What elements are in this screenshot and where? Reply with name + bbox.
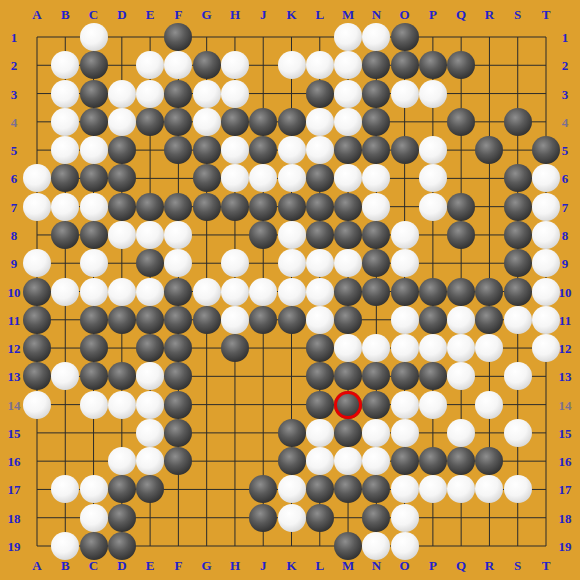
column-label-top: L — [315, 8, 324, 21]
column-label-bottom: O — [400, 559, 410, 572]
black-stone — [193, 51, 221, 79]
white-stone — [306, 136, 334, 164]
white-stone — [447, 306, 475, 334]
white-stone — [136, 221, 164, 249]
white-stone — [334, 23, 362, 51]
black-stone — [193, 193, 221, 221]
row-label-right: 7 — [562, 200, 569, 213]
row-label-left: 19 — [8, 540, 21, 553]
white-stone — [221, 80, 249, 108]
black-stone — [391, 278, 419, 306]
black-stone — [362, 108, 390, 136]
column-label-top: F — [174, 8, 182, 21]
row-label-left: 9 — [11, 257, 18, 270]
black-stone — [362, 80, 390, 108]
black-stone — [164, 391, 192, 419]
white-stone — [391, 334, 419, 362]
black-stone — [419, 306, 447, 334]
white-stone — [193, 108, 221, 136]
white-stone — [504, 475, 532, 503]
column-label-bottom: N — [372, 559, 381, 572]
white-stone — [475, 391, 503, 419]
white-stone — [221, 249, 249, 277]
column-label-bottom: L — [315, 559, 324, 572]
row-label-left: 16 — [8, 455, 21, 468]
black-stone — [249, 108, 277, 136]
row-label-right: 11 — [559, 313, 571, 326]
column-label-bottom: C — [89, 559, 98, 572]
black-stone — [334, 136, 362, 164]
column-label-top: H — [230, 8, 240, 21]
white-stone — [278, 51, 306, 79]
black-stone — [108, 532, 136, 560]
column-label-top: K — [286, 8, 296, 21]
white-stone — [391, 221, 419, 249]
white-stone — [391, 391, 419, 419]
black-stone — [504, 249, 532, 277]
black-stone — [193, 136, 221, 164]
white-stone — [532, 193, 560, 221]
column-label-bottom: Q — [456, 559, 466, 572]
row-label-left: 12 — [8, 342, 21, 355]
white-stone — [278, 504, 306, 532]
white-stone — [306, 419, 334, 447]
white-stone — [278, 249, 306, 277]
row-label-right: 15 — [559, 426, 572, 439]
black-stone — [447, 193, 475, 221]
white-stone — [108, 80, 136, 108]
black-stone — [108, 136, 136, 164]
black-stone — [80, 334, 108, 362]
white-stone — [193, 80, 221, 108]
white-stone — [447, 334, 475, 362]
white-stone — [80, 391, 108, 419]
black-stone — [306, 193, 334, 221]
row-label-right: 19 — [559, 540, 572, 553]
white-stone — [419, 80, 447, 108]
row-label-right: 6 — [562, 172, 569, 185]
white-stone — [391, 306, 419, 334]
white-stone — [278, 221, 306, 249]
row-label-left: 11 — [8, 313, 20, 326]
black-stone-last-move — [334, 391, 362, 419]
white-stone — [80, 23, 108, 51]
white-stone — [391, 475, 419, 503]
row-label-right: 2 — [562, 59, 569, 72]
white-stone — [532, 306, 560, 334]
black-stone — [306, 221, 334, 249]
row-label-left: 1 — [11, 31, 18, 44]
column-label-top: M — [342, 8, 354, 21]
black-stone — [334, 419, 362, 447]
row-label-left: 10 — [8, 285, 21, 298]
white-stone — [108, 391, 136, 419]
black-stone — [221, 108, 249, 136]
column-label-top: B — [61, 8, 70, 21]
white-stone — [108, 447, 136, 475]
black-stone — [391, 23, 419, 51]
row-label-right: 17 — [559, 483, 572, 496]
column-label-top: S — [514, 8, 521, 21]
black-stone — [306, 80, 334, 108]
column-label-bottom: B — [61, 559, 70, 572]
white-stone — [419, 391, 447, 419]
white-stone — [306, 51, 334, 79]
white-stone — [391, 419, 419, 447]
row-label-left: 5 — [11, 144, 18, 157]
black-stone — [80, 80, 108, 108]
white-stone — [306, 108, 334, 136]
black-stone — [278, 447, 306, 475]
black-stone — [504, 193, 532, 221]
white-stone — [278, 164, 306, 192]
row-label-left: 3 — [11, 87, 18, 100]
white-stone — [278, 136, 306, 164]
black-stone — [23, 306, 51, 334]
black-stone — [221, 334, 249, 362]
white-stone — [532, 334, 560, 362]
column-label-top: C — [89, 8, 98, 21]
black-stone — [136, 193, 164, 221]
black-stone — [108, 362, 136, 390]
white-stone — [306, 249, 334, 277]
white-stone — [532, 221, 560, 249]
white-stone — [278, 475, 306, 503]
white-stone — [108, 108, 136, 136]
black-stone — [306, 391, 334, 419]
black-stone — [419, 278, 447, 306]
white-stone — [249, 278, 277, 306]
white-stone — [136, 391, 164, 419]
black-stone — [334, 193, 362, 221]
white-stone — [362, 193, 390, 221]
white-stone — [221, 278, 249, 306]
white-stone — [136, 278, 164, 306]
white-stone — [419, 334, 447, 362]
black-stone — [391, 447, 419, 475]
black-stone — [249, 221, 277, 249]
column-label-bottom: P — [429, 559, 437, 572]
black-stone — [80, 221, 108, 249]
black-stone — [504, 221, 532, 249]
black-stone — [23, 334, 51, 362]
column-label-bottom: G — [202, 559, 212, 572]
black-stone — [334, 278, 362, 306]
row-label-right: 18 — [559, 511, 572, 524]
white-stone — [51, 108, 79, 136]
black-stone — [278, 419, 306, 447]
white-stone — [447, 419, 475, 447]
row-label-right: 9 — [562, 257, 569, 270]
column-label-top: Q — [456, 8, 466, 21]
column-label-top: T — [542, 8, 551, 21]
black-stone — [334, 532, 362, 560]
row-label-left: 8 — [11, 228, 18, 241]
black-stone — [391, 136, 419, 164]
black-stone — [80, 532, 108, 560]
black-stone — [80, 306, 108, 334]
row-label-left: 17 — [8, 483, 21, 496]
black-stone — [362, 504, 390, 532]
row-label-right: 10 — [559, 285, 572, 298]
black-stone — [80, 108, 108, 136]
black-stone — [334, 221, 362, 249]
black-stone — [447, 108, 475, 136]
black-stone — [136, 306, 164, 334]
white-stone — [80, 193, 108, 221]
black-stone — [306, 164, 334, 192]
row-label-left: 2 — [11, 59, 18, 72]
row-label-left: 15 — [8, 426, 21, 439]
white-stone — [51, 193, 79, 221]
column-label-bottom: K — [286, 559, 296, 572]
black-stone — [278, 193, 306, 221]
black-stone — [249, 193, 277, 221]
column-label-top: J — [260, 8, 267, 21]
black-stone — [164, 306, 192, 334]
black-stone — [504, 164, 532, 192]
row-label-left: 14 — [8, 398, 21, 411]
column-label-bottom: J — [260, 559, 267, 572]
white-stone — [391, 249, 419, 277]
black-stone — [391, 362, 419, 390]
black-stone — [419, 51, 447, 79]
row-label-right: 13 — [559, 370, 572, 383]
column-label-bottom: R — [485, 559, 494, 572]
row-label-right: 8 — [562, 228, 569, 241]
row-label-right: 1 — [562, 31, 569, 44]
white-stone — [419, 136, 447, 164]
white-stone — [136, 419, 164, 447]
black-stone — [447, 278, 475, 306]
white-stone — [306, 447, 334, 475]
black-stone — [193, 306, 221, 334]
row-label-left: 6 — [11, 172, 18, 185]
column-label-bottom: D — [117, 559, 126, 572]
black-stone — [504, 108, 532, 136]
black-stone — [475, 278, 503, 306]
black-stone — [362, 278, 390, 306]
black-stone — [164, 193, 192, 221]
black-stone — [278, 108, 306, 136]
white-stone — [23, 193, 51, 221]
white-stone — [80, 475, 108, 503]
column-label-bottom: E — [146, 559, 155, 572]
column-label-top: A — [32, 8, 41, 21]
column-label-top: E — [146, 8, 155, 21]
column-label-bottom: F — [174, 559, 182, 572]
black-stone — [504, 278, 532, 306]
row-label-left: 7 — [11, 200, 18, 213]
white-stone — [108, 221, 136, 249]
row-label-right: 5 — [562, 144, 569, 157]
black-stone — [80, 51, 108, 79]
black-stone — [306, 334, 334, 362]
white-stone — [391, 504, 419, 532]
black-stone — [164, 80, 192, 108]
black-stone — [136, 108, 164, 136]
black-stone — [362, 391, 390, 419]
white-stone — [80, 504, 108, 532]
black-stone — [164, 278, 192, 306]
white-stone — [80, 249, 108, 277]
row-label-left: 13 — [8, 370, 21, 383]
white-stone — [221, 306, 249, 334]
row-label-left: 18 — [8, 511, 21, 524]
black-stone — [108, 193, 136, 221]
column-label-top: D — [117, 8, 126, 21]
black-stone — [419, 447, 447, 475]
black-stone — [391, 51, 419, 79]
white-stone — [51, 278, 79, 306]
black-stone — [306, 504, 334, 532]
black-stone — [249, 504, 277, 532]
white-stone — [532, 278, 560, 306]
column-label-bottom: A — [32, 559, 41, 572]
white-stone — [334, 108, 362, 136]
black-stone — [136, 334, 164, 362]
white-stone — [278, 278, 306, 306]
white-stone — [419, 193, 447, 221]
black-stone — [447, 221, 475, 249]
column-label-bottom: M — [342, 559, 354, 572]
black-stone — [108, 306, 136, 334]
black-stone — [278, 306, 306, 334]
black-stone — [23, 278, 51, 306]
column-label-top: G — [202, 8, 212, 21]
black-stone — [193, 164, 221, 192]
row-label-right: 4 — [562, 115, 569, 128]
row-label-left: 4 — [11, 115, 18, 128]
white-stone — [80, 136, 108, 164]
row-label-right: 14 — [559, 398, 572, 411]
white-stone — [334, 334, 362, 362]
white-stone — [334, 80, 362, 108]
column-label-bottom: T — [542, 559, 551, 572]
go-board[interactable]: AA11BB22CC33DD44EE55FF66GG77HH88JJ99KK10… — [0, 0, 580, 580]
black-stone — [80, 164, 108, 192]
column-label-top: N — [372, 8, 381, 21]
white-stone — [391, 532, 419, 560]
white-stone — [391, 80, 419, 108]
white-stone — [80, 278, 108, 306]
black-stone — [532, 136, 560, 164]
column-label-top: O — [400, 8, 410, 21]
column-label-top: P — [429, 8, 437, 21]
white-stone — [306, 306, 334, 334]
row-label-right: 3 — [562, 87, 569, 100]
black-stone — [108, 504, 136, 532]
black-stone — [249, 306, 277, 334]
white-stone — [51, 80, 79, 108]
white-stone — [193, 278, 221, 306]
white-stone — [306, 278, 334, 306]
white-stone — [136, 80, 164, 108]
column-label-bottom: S — [514, 559, 521, 572]
white-stone — [504, 419, 532, 447]
white-stone — [23, 391, 51, 419]
white-stone — [108, 278, 136, 306]
black-stone — [221, 193, 249, 221]
white-stone — [504, 362, 532, 390]
row-label-right: 12 — [559, 342, 572, 355]
black-stone — [80, 362, 108, 390]
column-label-bottom: H — [230, 559, 240, 572]
column-label-top: R — [485, 8, 494, 21]
white-stone — [334, 447, 362, 475]
white-stone — [221, 136, 249, 164]
black-stone — [334, 306, 362, 334]
white-stone — [504, 306, 532, 334]
row-label-right: 16 — [559, 455, 572, 468]
black-stone — [306, 362, 334, 390]
